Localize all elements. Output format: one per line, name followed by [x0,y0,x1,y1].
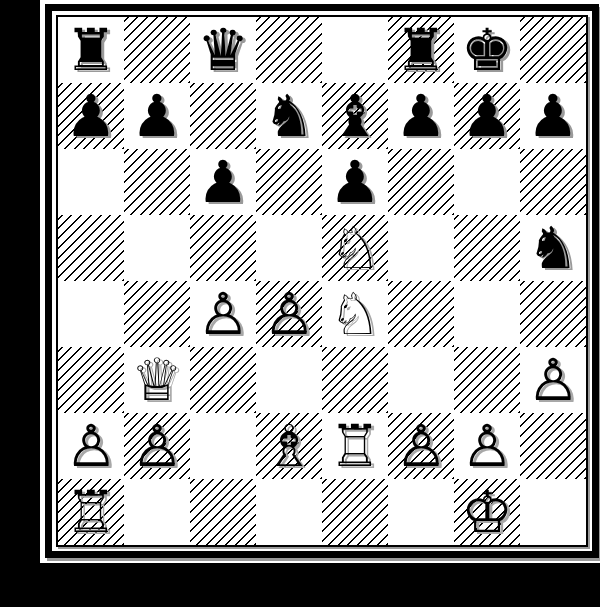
square-c7[interactable] [190,83,256,149]
piece-black-pawn: ♟ [388,83,454,149]
square-a2[interactable]: ♙ [58,413,124,479]
square-b2[interactable]: ♙ [124,413,190,479]
square-d6[interactable] [256,149,322,215]
square-c2[interactable] [190,413,256,479]
square-g5[interactable] [454,215,520,281]
square-a6[interactable] [58,149,124,215]
chess-board: ♜♛♜♚♟♟♞♝♟♟♟♟♟♘♞♙♙♘♕♙♙♙♗♖♙♙♖♔ [58,17,586,545]
square-e6[interactable]: ♟ [322,149,388,215]
square-g3[interactable] [454,347,520,413]
piece-black-knight: ♞ [520,215,586,281]
square-a8[interactable]: ♜ [58,17,124,83]
piece-black-king: ♚ [454,17,520,83]
piece-black-rook: ♜ [58,17,124,83]
piece-black-pawn: ♟ [58,83,124,149]
square-e3[interactable] [322,347,388,413]
piece-white-rook: ♖ [322,413,388,479]
piece-black-bishop: ♝ [322,83,388,149]
piece-black-pawn: ♟ [124,83,190,149]
square-b1[interactable] [124,479,190,545]
square-f3[interactable] [388,347,454,413]
square-h3[interactable]: ♙ [520,347,586,413]
square-e7[interactable]: ♝ [322,83,388,149]
piece-white-bishop: ♗ [256,413,322,479]
square-f5[interactable] [388,215,454,281]
square-h1[interactable] [520,479,586,545]
piece-black-pawn: ♟ [190,149,256,215]
piece-white-knight: ♘ [322,215,388,281]
square-g8[interactable]: ♚ [454,17,520,83]
square-a1[interactable]: ♖ [58,479,124,545]
square-e4[interactable]: ♘ [322,281,388,347]
square-d4[interactable]: ♙ [256,281,322,347]
square-f6[interactable] [388,149,454,215]
piece-white-pawn: ♙ [454,413,520,479]
square-a7[interactable]: ♟ [58,83,124,149]
piece-white-pawn: ♙ [256,281,322,347]
square-b3[interactable]: ♕ [124,347,190,413]
piece-black-pawn: ♟ [322,149,388,215]
piece-black-pawn: ♟ [520,83,586,149]
square-h4[interactable] [520,281,586,347]
piece-white-pawn: ♙ [124,413,190,479]
square-h7[interactable]: ♟ [520,83,586,149]
square-c3[interactable] [190,347,256,413]
square-c1[interactable] [190,479,256,545]
square-g7[interactable]: ♟ [454,83,520,149]
square-c5[interactable] [190,215,256,281]
piece-white-pawn: ♙ [190,281,256,347]
square-b8[interactable] [124,17,190,83]
square-d1[interactable] [256,479,322,545]
square-d2[interactable]: ♗ [256,413,322,479]
board-inner-border: ♜♛♜♚♟♟♞♝♟♟♟♟♟♘♞♙♙♘♕♙♙♙♗♖♙♙♖♔ [56,15,588,547]
piece-white-king: ♔ [454,479,520,545]
square-e8[interactable] [322,17,388,83]
square-f4[interactable] [388,281,454,347]
piece-white-pawn: ♙ [58,413,124,479]
square-f7[interactable]: ♟ [388,83,454,149]
square-h5[interactable]: ♞ [520,215,586,281]
square-f2[interactable]: ♙ [388,413,454,479]
piece-black-knight: ♞ [256,83,322,149]
square-h8[interactable] [520,17,586,83]
square-f8[interactable]: ♜ [388,17,454,83]
piece-black-pawn: ♟ [454,83,520,149]
square-d3[interactable] [256,347,322,413]
square-b4[interactable] [124,281,190,347]
square-b5[interactable] [124,215,190,281]
square-g6[interactable] [454,149,520,215]
square-g4[interactable] [454,281,520,347]
piece-black-rook: ♜ [388,17,454,83]
piece-white-rook: ♖ [58,479,124,545]
square-g1[interactable]: ♔ [454,479,520,545]
board-panel: ♜♛♜♚♟♟♞♝♟♟♟♟♟♘♞♙♙♘♕♙♙♙♗♖♙♙♖♔ [40,0,600,563]
square-a3[interactable] [58,347,124,413]
piece-white-pawn: ♙ [388,413,454,479]
piece-white-queen: ♕ [124,347,190,413]
square-d8[interactable] [256,17,322,83]
square-d7[interactable]: ♞ [256,83,322,149]
square-e2[interactable]: ♖ [322,413,388,479]
square-d5[interactable] [256,215,322,281]
square-h2[interactable] [520,413,586,479]
square-e1[interactable] [322,479,388,545]
square-c8[interactable]: ♛ [190,17,256,83]
square-g2[interactable]: ♙ [454,413,520,479]
square-e5[interactable]: ♘ [322,215,388,281]
square-a5[interactable] [58,215,124,281]
square-c4[interactable]: ♙ [190,281,256,347]
square-b7[interactable]: ♟ [124,83,190,149]
square-b6[interactable] [124,149,190,215]
board-frame: ♜♛♜♚♟♟♞♝♟♟♟♟♟♘♞♙♙♘♕♙♙♙♗♖♙♙♖♔ [45,4,599,558]
square-f1[interactable] [388,479,454,545]
piece-white-pawn: ♙ [520,347,586,413]
square-h6[interactable] [520,149,586,215]
square-c6[interactable]: ♟ [190,149,256,215]
square-a4[interactable] [58,281,124,347]
piece-black-queen: ♛ [190,17,256,83]
piece-white-knight: ♘ [322,281,388,347]
